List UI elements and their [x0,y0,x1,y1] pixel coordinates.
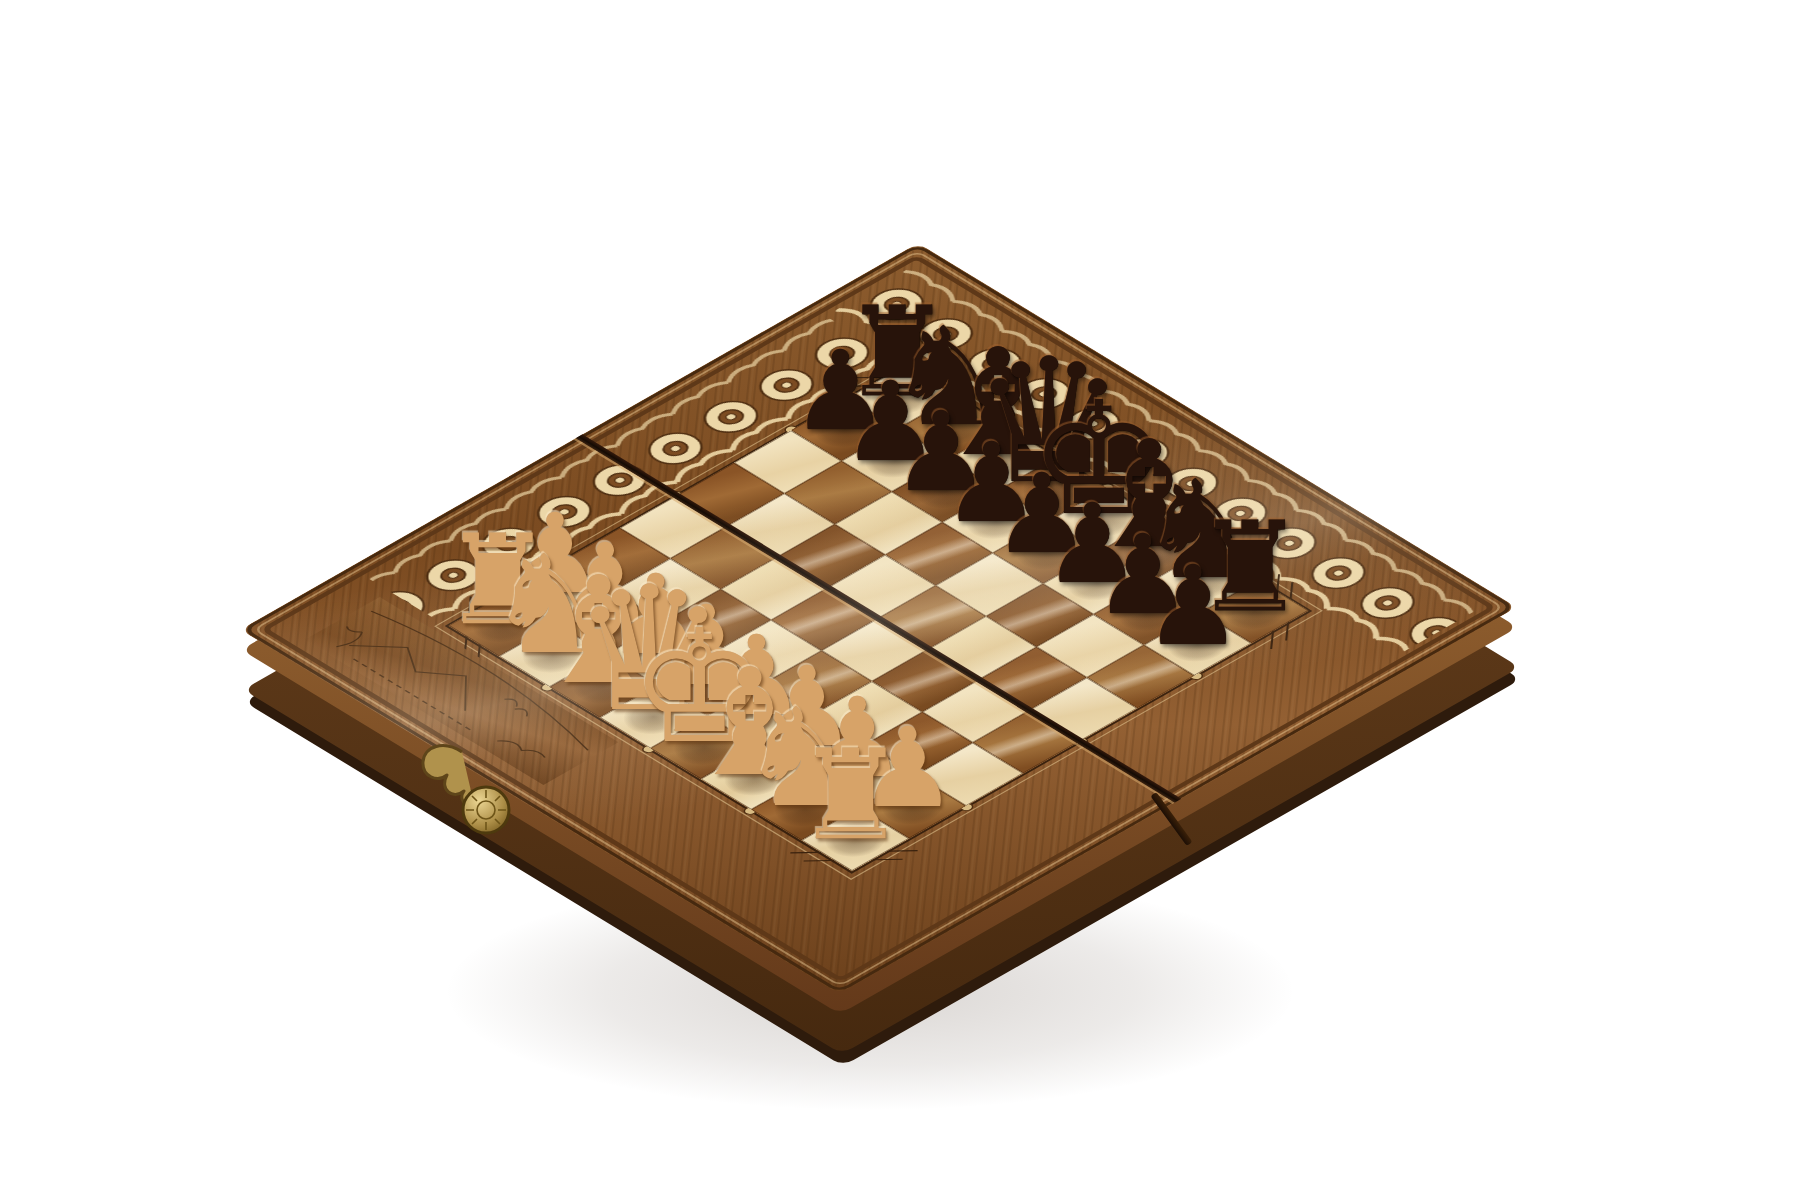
white-rook-glyph: ♜ [795,738,906,852]
brass-clasp [404,738,534,848]
black-pawn-glyph: ♟ [1144,555,1243,656]
square-h1[interactable]: ♜ [802,808,909,871]
square-h7[interactable]: ♟ [1144,612,1251,675]
